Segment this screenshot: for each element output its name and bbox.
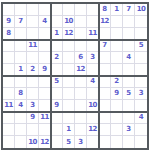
sudoku-page: 8171097410128112111175263412912542895311… [0, 0, 150, 150]
cell-r9c5[interactable] [63, 112, 75, 124]
cell-r4c6[interactable]: 6 [75, 52, 87, 64]
cell-r11c4[interactable] [51, 136, 63, 148]
cell-r2c7[interactable]: 11 [87, 28, 99, 40]
cell-r1c2[interactable] [27, 16, 39, 28]
cell-r5c0[interactable] [3, 64, 15, 76]
cell-r10c5[interactable]: 1 [63, 124, 75, 136]
cell-r6c4[interactable]: 5 [51, 76, 63, 88]
cell-r9c11[interactable]: 4 [135, 112, 147, 124]
cell-r2c6[interactable] [75, 28, 87, 40]
cell-r7c4[interactable] [51, 88, 63, 100]
cell-r7c10[interactable]: 5 [123, 88, 135, 100]
cell-r6c6[interactable] [75, 76, 87, 88]
cell-r10c1[interactable] [15, 124, 27, 136]
cell-r7c3[interactable] [39, 88, 51, 100]
cell-r9c10[interactable] [123, 112, 135, 124]
cell-r5c2[interactable]: 2 [27, 64, 39, 76]
cell-r0c2[interactable] [27, 4, 39, 16]
cell-r9c9[interactable] [111, 112, 123, 124]
sudoku-board: 8171097410128112111175263412912542895311… [1, 2, 149, 150]
cell-r9c7[interactable] [87, 112, 99, 124]
cell-r0c4[interactable] [51, 4, 63, 16]
cell-r0c1[interactable] [15, 4, 27, 16]
cell-r0c11[interactable]: 10 [135, 4, 147, 16]
cell-r0c9[interactable]: 1 [111, 4, 123, 16]
cell-r4c10[interactable]: 4 [123, 52, 135, 64]
cell-r2c5[interactable]: 12 [63, 28, 75, 40]
cell-r9c6[interactable] [75, 112, 87, 124]
cell-r1c11[interactable] [135, 16, 147, 28]
cell-r3c8[interactable]: 7 [99, 40, 111, 52]
cell-r2c1[interactable] [15, 28, 27, 40]
cell-r11c0[interactable] [3, 136, 15, 148]
cell-r7c1[interactable]: 8 [15, 88, 27, 100]
cell-r1c7[interactable] [87, 16, 99, 28]
cell-r9c0[interactable] [3, 112, 15, 124]
cell-r10c3[interactable] [39, 124, 51, 136]
cell-r10c6[interactable] [75, 124, 87, 136]
cell-r10c11[interactable] [135, 124, 147, 136]
cell-r4c5[interactable] [63, 52, 75, 64]
cell-r3c10[interactable] [123, 40, 135, 52]
cell-r1c10[interactable] [123, 16, 135, 28]
cell-r4c3[interactable] [39, 52, 51, 64]
cell-r10c4[interactable] [51, 124, 63, 136]
cell-r7c2[interactable] [27, 88, 39, 100]
cell-r1c0[interactable]: 9 [3, 16, 15, 28]
cell-r11c1[interactable] [15, 136, 27, 148]
cell-r7c9[interactable]: 9 [111, 88, 123, 100]
cell-r1c9[interactable] [111, 16, 123, 28]
cell-r11c2[interactable]: 10 [27, 136, 39, 148]
cell-r6c9[interactable]: 2 [111, 76, 123, 88]
cell-r7c5[interactable] [63, 88, 75, 100]
cell-r11c9[interactable] [111, 136, 123, 148]
cell-r4c1[interactable] [15, 52, 27, 64]
cell-r11c10[interactable] [123, 136, 135, 148]
cell-r5c4[interactable] [51, 64, 63, 76]
cell-r8c3[interactable] [39, 100, 51, 112]
cell-r3c11[interactable]: 5 [135, 40, 147, 52]
cell-r4c9[interactable] [111, 52, 123, 64]
cell-r8c10[interactable] [123, 100, 135, 112]
cell-r9c8[interactable] [99, 112, 111, 124]
cell-r10c0[interactable] [3, 124, 15, 136]
cell-r4c8[interactable] [99, 52, 111, 64]
cell-r3c2[interactable]: 11 [27, 40, 39, 52]
cell-r3c6[interactable] [75, 40, 87, 52]
cell-r9c2[interactable]: 9 [27, 112, 39, 124]
cell-r0c6[interactable] [75, 4, 87, 16]
cell-r5c3[interactable]: 9 [39, 64, 51, 76]
cell-r7c7[interactable] [87, 88, 99, 100]
cell-r6c7[interactable]: 4 [87, 76, 99, 88]
cell-r1c8[interactable]: 12 [99, 16, 111, 28]
cell-r3c4[interactable] [51, 40, 63, 52]
cell-r0c8[interactable]: 8 [99, 4, 111, 16]
cell-r0c10[interactable]: 7 [123, 4, 135, 16]
cell-r4c4[interactable]: 2 [51, 52, 63, 64]
cell-r2c11[interactable] [135, 28, 147, 40]
cell-r8c7[interactable]: 10 [87, 100, 99, 112]
cell-r4c0[interactable] [3, 52, 15, 64]
cell-r11c3[interactable]: 12 [39, 136, 51, 148]
cell-r8c1[interactable]: 4 [15, 100, 27, 112]
cell-r3c7[interactable] [87, 40, 99, 52]
cell-r6c0[interactable] [3, 76, 15, 88]
cell-r8c0[interactable]: 11 [3, 100, 15, 112]
cell-r3c3[interactable] [39, 40, 51, 52]
cell-r10c8[interactable] [99, 124, 111, 136]
cell-r8c6[interactable] [75, 100, 87, 112]
cell-r7c0[interactable] [3, 88, 15, 100]
cell-r5c8[interactable] [99, 64, 111, 76]
cell-r0c7[interactable] [87, 4, 99, 16]
cell-r11c11[interactable] [135, 136, 147, 148]
cell-r5c5[interactable] [63, 64, 75, 76]
cell-r0c5[interactable] [63, 4, 75, 16]
cell-r7c11[interactable]: 3 [135, 88, 147, 100]
cell-r5c7[interactable] [87, 64, 99, 76]
cell-r9c4[interactable] [51, 112, 63, 124]
cell-r10c9[interactable] [111, 124, 123, 136]
cell-r3c0[interactable] [3, 40, 15, 52]
cell-r8c5[interactable] [63, 100, 75, 112]
cell-r5c9[interactable] [111, 64, 123, 76]
cell-r6c8[interactable] [99, 76, 111, 88]
cell-r4c7[interactable]: 3 [87, 52, 99, 64]
cell-r5c10[interactable] [123, 64, 135, 76]
cell-r3c5[interactable] [63, 40, 75, 52]
cell-r5c6[interactable]: 12 [75, 64, 87, 76]
cell-r2c4[interactable]: 1 [51, 28, 63, 40]
cell-r3c1[interactable] [15, 40, 27, 52]
cell-r2c3[interactable] [39, 28, 51, 40]
cell-r1c4[interactable] [51, 16, 63, 28]
cell-r7c6[interactable] [75, 88, 87, 100]
cell-r7c8[interactable] [99, 88, 111, 100]
cell-r10c2[interactable] [27, 124, 39, 136]
cell-r6c10[interactable] [123, 76, 135, 88]
cell-r6c5[interactable] [63, 76, 75, 88]
cell-r3c9[interactable] [111, 40, 123, 52]
cell-r6c3[interactable] [39, 76, 51, 88]
cell-r4c11[interactable] [135, 52, 147, 64]
cell-r5c1[interactable]: 1 [15, 64, 27, 76]
cell-r11c8[interactable] [99, 136, 111, 148]
cell-r4c2[interactable] [27, 52, 39, 64]
cell-r8c11[interactable] [135, 100, 147, 112]
cell-r8c2[interactable]: 3 [27, 100, 39, 112]
cell-r11c5[interactable]: 5 [63, 136, 75, 148]
cell-r8c8[interactable] [99, 100, 111, 112]
cell-r8c9[interactable] [111, 100, 123, 112]
cell-r2c0[interactable]: 8 [3, 28, 15, 40]
cell-r6c11[interactable] [135, 76, 147, 88]
cell-r1c1[interactable]: 7 [15, 16, 27, 28]
cell-r5c11[interactable] [135, 64, 147, 76]
cell-r1c6[interactable] [75, 16, 87, 28]
cell-r9c3[interactable]: 11 [39, 112, 51, 124]
cell-r0c0[interactable] [3, 4, 15, 16]
cell-r2c10[interactable] [123, 28, 135, 40]
cell-r2c9[interactable] [111, 28, 123, 40]
cell-r6c2[interactable] [27, 76, 39, 88]
cell-r0c3[interactable] [39, 4, 51, 16]
cell-r10c7[interactable]: 12 [87, 124, 99, 136]
cell-r8c4[interactable]: 9 [51, 100, 63, 112]
cell-r2c8[interactable] [99, 28, 111, 40]
cell-r11c7[interactable] [87, 136, 99, 148]
cell-r6c1[interactable] [15, 76, 27, 88]
cell-r9c1[interactable] [15, 112, 27, 124]
cell-r1c5[interactable]: 10 [63, 16, 75, 28]
cell-r1c3[interactable]: 4 [39, 16, 51, 28]
cell-r11c6[interactable]: 3 [75, 136, 87, 148]
cell-r2c2[interactable] [27, 28, 39, 40]
cell-r10c10[interactable]: 3 [123, 124, 135, 136]
